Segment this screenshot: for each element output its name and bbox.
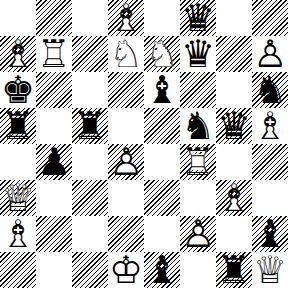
square-f6[interactable] [180, 72, 216, 108]
square-e4[interactable] [144, 144, 180, 180]
piece-wB: ♝♗ [216, 180, 252, 216]
square-g7[interactable] [216, 36, 252, 72]
square-e5[interactable] [144, 108, 180, 144]
square-h8[interactable] [252, 0, 288, 36]
square-e6[interactable]: ♝ [144, 72, 180, 108]
square-d8[interactable]: ♝♗ [108, 0, 144, 36]
piece-bN: ♞ [252, 72, 288, 108]
piece-wB: ♝♗ [0, 216, 36, 252]
square-e1[interactable]: ♝ [144, 252, 180, 288]
square-h4[interactable] [252, 144, 288, 180]
square-f3[interactable] [180, 180, 216, 216]
square-b4[interactable]: ♟ [36, 144, 72, 180]
square-h7[interactable]: ♟♙ [252, 36, 288, 72]
piece-wP: ♟♙ [108, 144, 144, 180]
piece-wB: ♝♗ [108, 0, 144, 36]
square-g8[interactable] [216, 0, 252, 36]
piece-wQ: ♛♕ [252, 252, 288, 288]
piece-wN: ♞♘ [108, 36, 144, 72]
square-g2[interactable] [216, 216, 252, 252]
piece-wP: ♟♙ [180, 216, 216, 252]
square-a5[interactable]: ♜ [0, 108, 36, 144]
square-f2[interactable]: ♟♙ [180, 216, 216, 252]
piece-bK: ♚ [0, 72, 36, 108]
square-b3[interactable] [36, 180, 72, 216]
square-g5[interactable]: ♛ [216, 108, 252, 144]
piece-bB: ♝ [144, 72, 180, 108]
piece-wB: ♝♗ [252, 108, 288, 144]
piece-wK: ♚♔ [108, 252, 144, 288]
square-f8[interactable]: ♛ [180, 0, 216, 36]
square-g6[interactable] [216, 72, 252, 108]
square-b1[interactable] [36, 252, 72, 288]
square-g1[interactable]: ♜ [216, 252, 252, 288]
square-h2[interactable]: ♝ [252, 216, 288, 252]
square-g4[interactable] [216, 144, 252, 180]
square-h5[interactable]: ♝♗ [252, 108, 288, 144]
square-c2[interactable] [72, 216, 108, 252]
square-b8[interactable] [36, 0, 72, 36]
square-c3[interactable] [72, 180, 108, 216]
chess-diagram: ♝♗♛♝♗♜♖♞♘♞♘♛♟♙♚♝♞♜♜♞♛♝♗♟♟♙♜♖♛♕♝♗♝♗♟♙♝♚♔♝… [0, 0, 288, 288]
square-b6[interactable] [36, 72, 72, 108]
square-c7[interactable] [72, 36, 108, 72]
square-a2[interactable]: ♝♗ [0, 216, 36, 252]
chess-board: ♝♗♛♝♗♜♖♞♘♞♘♛♟♙♚♝♞♜♜♞♛♝♗♟♟♙♜♖♛♕♝♗♝♗♟♙♝♚♔♝… [0, 0, 288, 288]
piece-bR: ♜ [72, 108, 108, 144]
square-c1[interactable] [72, 252, 108, 288]
piece-bR: ♜ [216, 252, 252, 288]
square-d3[interactable] [108, 180, 144, 216]
piece-wQ: ♛♕ [0, 180, 36, 216]
square-f1[interactable] [180, 252, 216, 288]
square-c6[interactable] [72, 72, 108, 108]
square-c4[interactable] [72, 144, 108, 180]
piece-bQ: ♛ [180, 0, 216, 36]
square-h1[interactable]: ♛♕ [252, 252, 288, 288]
square-c5[interactable]: ♜ [72, 108, 108, 144]
square-a1[interactable] [0, 252, 36, 288]
square-a7[interactable]: ♝♗ [0, 36, 36, 72]
square-b2[interactable] [36, 216, 72, 252]
square-a4[interactable] [0, 144, 36, 180]
square-h6[interactable]: ♞ [252, 72, 288, 108]
square-d6[interactable] [108, 72, 144, 108]
square-e8[interactable] [144, 0, 180, 36]
piece-wN: ♞♘ [144, 36, 180, 72]
square-d7[interactable]: ♞♘ [108, 36, 144, 72]
piece-bR: ♜ [0, 108, 36, 144]
piece-bB: ♝ [252, 216, 288, 252]
square-c8[interactable] [72, 0, 108, 36]
square-e7[interactable]: ♞♘ [144, 36, 180, 72]
square-a8[interactable] [0, 0, 36, 36]
square-f4[interactable]: ♜♖ [180, 144, 216, 180]
square-d4[interactable]: ♟♙ [108, 144, 144, 180]
piece-wB: ♝♗ [0, 36, 36, 72]
square-h3[interactable] [252, 180, 288, 216]
piece-bN: ♞ [180, 108, 216, 144]
square-d5[interactable] [108, 108, 144, 144]
square-a3[interactable]: ♛♕ [0, 180, 36, 216]
piece-wR: ♜♖ [36, 36, 72, 72]
square-a6[interactable]: ♚ [0, 72, 36, 108]
square-e2[interactable] [144, 216, 180, 252]
piece-wR: ♜♖ [180, 144, 216, 180]
square-g3[interactable]: ♝♗ [216, 180, 252, 216]
piece-wP: ♟♙ [252, 36, 288, 72]
piece-bP: ♟ [36, 144, 72, 180]
square-b7[interactable]: ♜♖ [36, 36, 72, 72]
square-e3[interactable] [144, 180, 180, 216]
square-b5[interactable] [36, 108, 72, 144]
piece-bQ: ♛ [216, 108, 252, 144]
square-f5[interactable]: ♞ [180, 108, 216, 144]
square-d2[interactable] [108, 216, 144, 252]
square-f7[interactable]: ♛ [180, 36, 216, 72]
piece-bB: ♝ [144, 252, 180, 288]
piece-bQ: ♛ [180, 36, 216, 72]
square-d1[interactable]: ♚♔ [108, 252, 144, 288]
